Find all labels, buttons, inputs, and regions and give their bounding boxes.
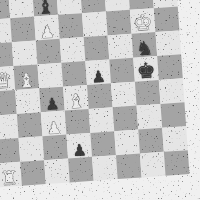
square-e3[interactable] — [89, 107, 115, 133]
piece-black-knight[interactable]: ♞ — [135, 38, 153, 58]
square-f3[interactable] — [113, 106, 139, 132]
piece-black-pawn[interactable]: ♟ — [45, 96, 60, 113]
square-d1[interactable] — [68, 157, 94, 183]
square-c5[interactable] — [37, 63, 63, 89]
square-e2[interactable] — [90, 131, 116, 157]
square-h1[interactable] — [164, 150, 190, 176]
square-c4[interactable]: ♟ — [39, 87, 65, 113]
square-f7[interactable] — [106, 10, 132, 36]
piece-white-pawn[interactable]: ♟ — [40, 24, 55, 41]
square-a2[interactable] — [0, 138, 20, 164]
piece-white-king[interactable]: ♚ — [133, 12, 153, 34]
square-b3[interactable] — [17, 112, 43, 138]
square-f2[interactable] — [114, 130, 140, 156]
square-a1[interactable]: ♜ — [0, 162, 22, 188]
square-d4[interactable]: ♝ — [63, 85, 89, 111]
piece-white-queen[interactable]: ♛ — [0, 70, 13, 92]
square-c6[interactable] — [36, 39, 62, 65]
square-b2[interactable] — [19, 136, 45, 162]
square-b8[interactable] — [8, 0, 34, 18]
piece-black-king[interactable]: ♚ — [136, 60, 156, 82]
square-b7[interactable] — [10, 17, 36, 43]
piece-white-rook[interactable]: ♜ — [0, 168, 18, 188]
square-h2[interactable] — [162, 126, 188, 152]
square-b4[interactable] — [15, 88, 41, 114]
square-c7[interactable]: ♟ — [34, 15, 60, 41]
square-f5[interactable] — [109, 58, 135, 84]
piece-white-pawn[interactable]: ♟ — [46, 120, 61, 137]
square-h3[interactable] — [160, 102, 186, 128]
photo-chessboard: ♝♟♚♞♛♝♟♚♟♝♟♟♜ — [0, 0, 200, 200]
square-h4[interactable] — [159, 78, 185, 104]
square-e4[interactable] — [87, 83, 113, 109]
square-a4[interactable] — [0, 90, 17, 116]
piece-black-pawn[interactable]: ♟ — [72, 142, 87, 159]
square-g4[interactable] — [135, 80, 161, 106]
piece-black-pawn[interactable]: ♟ — [91, 69, 106, 86]
square-d2[interactable]: ♟ — [66, 133, 92, 159]
square-g2[interactable] — [138, 128, 164, 154]
square-a3[interactable] — [0, 114, 19, 140]
square-f4[interactable] — [111, 82, 137, 108]
square-g7[interactable]: ♚ — [130, 8, 156, 34]
square-c1[interactable] — [44, 158, 70, 184]
square-h6[interactable] — [155, 30, 181, 56]
square-c8[interactable]: ♝ — [32, 0, 58, 17]
square-d3[interactable] — [65, 109, 91, 135]
piece-black-bishop[interactable]: ♝ — [36, 0, 54, 17]
square-e1[interactable] — [92, 155, 118, 181]
square-d7[interactable] — [58, 13, 84, 39]
square-f1[interactable] — [116, 153, 142, 179]
chess-board: ♝♟♚♞♛♝♟♚♟♝♟♟♜ — [0, 0, 189, 187]
square-g1[interactable] — [140, 152, 166, 178]
square-b5[interactable]: ♝ — [14, 64, 40, 90]
square-b1[interactable] — [20, 160, 46, 186]
square-b6[interactable] — [12, 40, 38, 66]
square-c3[interactable]: ♟ — [41, 111, 67, 137]
square-f6[interactable] — [108, 34, 134, 60]
piece-white-bishop[interactable]: ♝ — [17, 71, 35, 91]
square-e7[interactable] — [82, 12, 108, 38]
square-g5[interactable]: ♚ — [133, 56, 159, 82]
square-d6[interactable] — [60, 37, 86, 63]
square-h5[interactable] — [157, 54, 183, 80]
piece-white-bishop[interactable]: ♝ — [67, 91, 85, 111]
square-e5[interactable]: ♟ — [85, 59, 111, 85]
square-g3[interactable] — [137, 104, 163, 130]
square-e6[interactable] — [84, 35, 110, 61]
square-d5[interactable] — [61, 61, 87, 87]
square-h7[interactable] — [154, 6, 180, 32]
square-g6[interactable]: ♞ — [132, 32, 158, 58]
square-c2[interactable] — [42, 135, 68, 161]
